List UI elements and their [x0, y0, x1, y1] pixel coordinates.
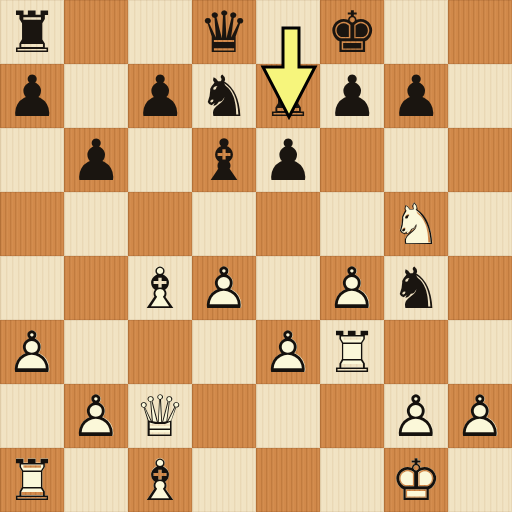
square-d5[interactable] [192, 192, 256, 256]
piece-outline-glyph: ♙ [192, 256, 256, 320]
piece-fill-glyph: ♝ [128, 256, 192, 320]
square-b4[interactable] [64, 256, 128, 320]
square-d6[interactable]: ♝ [192, 128, 256, 192]
white-king[interactable]: ♚♔ [384, 448, 448, 512]
square-h1[interactable] [448, 448, 512, 512]
square-a7[interactable]: ♟ [0, 64, 64, 128]
square-f6[interactable] [320, 128, 384, 192]
square-d3[interactable] [192, 320, 256, 384]
square-g3[interactable] [384, 320, 448, 384]
square-e5[interactable] [256, 192, 320, 256]
piece-fill-glyph: ♜ [320, 320, 384, 384]
piece-outline-glyph: ♙ [448, 384, 512, 448]
piece-glyph: ♟ [128, 64, 192, 128]
piece-outline-glyph: ♗ [128, 256, 192, 320]
white-queen[interactable]: ♛♕ [128, 384, 192, 448]
square-b8[interactable] [64, 0, 128, 64]
piece-fill-glyph: ♟ [320, 256, 384, 320]
piece-outline-glyph: ♕ [128, 384, 192, 448]
piece-fill-glyph: ♛ [128, 384, 192, 448]
square-a2[interactable] [0, 384, 64, 448]
square-f7[interactable]: ♟ [320, 64, 384, 128]
piece-outline-glyph: ♔ [384, 448, 448, 512]
square-e1[interactable] [256, 448, 320, 512]
square-g2[interactable]: ♟♙ [384, 384, 448, 448]
black-pawn[interactable]: ♟ [384, 64, 448, 128]
white-pawn[interactable]: ♟♙ [256, 320, 320, 384]
piece-glyph: ♟ [320, 64, 384, 128]
square-d1[interactable] [192, 448, 256, 512]
black-rook[interactable]: ♜ [256, 64, 320, 128]
square-g6[interactable] [384, 128, 448, 192]
black-king[interactable]: ♚ [320, 0, 384, 64]
square-d2[interactable] [192, 384, 256, 448]
piece-fill-glyph: ♟ [448, 384, 512, 448]
piece-glyph: ♝ [192, 128, 256, 192]
piece-outline-glyph: ♙ [64, 384, 128, 448]
piece-glyph: ♚ [320, 0, 384, 64]
piece-fill-glyph: ♟ [384, 384, 448, 448]
white-bishop[interactable]: ♝♗ [128, 448, 192, 512]
square-d7[interactable]: ♞ [192, 64, 256, 128]
square-h6[interactable] [448, 128, 512, 192]
black-queen[interactable]: ♛ [192, 0, 256, 64]
square-a6[interactable] [0, 128, 64, 192]
square-d4[interactable]: ♟♙ [192, 256, 256, 320]
square-a5[interactable] [0, 192, 64, 256]
square-b5[interactable] [64, 192, 128, 256]
piece-fill-glyph: ♚ [384, 448, 448, 512]
square-f4[interactable]: ♟♙ [320, 256, 384, 320]
square-g7[interactable]: ♟ [384, 64, 448, 128]
square-c7[interactable]: ♟ [128, 64, 192, 128]
black-pawn[interactable]: ♟ [320, 64, 384, 128]
square-a8[interactable]: ♜ [0, 0, 64, 64]
piece-glyph: ♜ [256, 64, 320, 128]
piece-fill-glyph: ♝ [128, 448, 192, 512]
square-e8[interactable] [256, 0, 320, 64]
square-b6[interactable]: ♟ [64, 128, 128, 192]
piece-outline-glyph: ♙ [320, 256, 384, 320]
square-c1[interactable]: ♝♗ [128, 448, 192, 512]
square-b7[interactable] [64, 64, 128, 128]
piece-glyph: ♛ [192, 0, 256, 64]
square-d8[interactable]: ♛ [192, 0, 256, 64]
black-rook[interactable]: ♜ [0, 0, 64, 64]
piece-outline-glyph: ♘ [384, 192, 448, 256]
square-c2[interactable]: ♛♕ [128, 384, 192, 448]
square-b2[interactable]: ♟♙ [64, 384, 128, 448]
chess-board-window: ♜♛♚♟♟♞♜♟♟♟♝♟♞♘♝♗♟♙♟♙♞♟♙♟♙♜♖♟♙♛♕♟♙♟♙♜♖♝♗♚… [0, 0, 513, 514]
black-pawn[interactable]: ♟ [64, 128, 128, 192]
square-a3[interactable]: ♟♙ [0, 320, 64, 384]
square-e3[interactable]: ♟♙ [256, 320, 320, 384]
piece-outline-glyph: ♖ [0, 448, 64, 512]
white-rook[interactable]: ♜♖ [320, 320, 384, 384]
black-pawn[interactable]: ♟ [256, 128, 320, 192]
black-pawn[interactable]: ♟ [0, 64, 64, 128]
square-f8[interactable]: ♚ [320, 0, 384, 64]
piece-fill-glyph: ♜ [0, 448, 64, 512]
white-pawn[interactable]: ♟♙ [448, 384, 512, 448]
square-b3[interactable] [64, 320, 128, 384]
black-knight[interactable]: ♞ [192, 64, 256, 128]
square-g1[interactable]: ♚♔ [384, 448, 448, 512]
white-bishop[interactable]: ♝♗ [128, 256, 192, 320]
piece-glyph: ♟ [256, 128, 320, 192]
square-a1[interactable]: ♜♖ [0, 448, 64, 512]
white-pawn[interactable]: ♟♙ [320, 256, 384, 320]
chess-board: ♜♛♚♟♟♞♜♟♟♟♝♟♞♘♝♗♟♙♟♙♞♟♙♟♙♜♖♟♙♛♕♟♙♟♙♜♖♝♗♚… [0, 0, 512, 512]
white-rook[interactable]: ♜♖ [0, 448, 64, 512]
black-bishop[interactable]: ♝ [192, 128, 256, 192]
square-h5[interactable] [448, 192, 512, 256]
piece-fill-glyph: ♟ [0, 320, 64, 384]
square-f1[interactable] [320, 448, 384, 512]
piece-fill-glyph: ♟ [192, 256, 256, 320]
square-c4[interactable]: ♝♗ [128, 256, 192, 320]
square-e4[interactable] [256, 256, 320, 320]
square-h4[interactable] [448, 256, 512, 320]
piece-glyph: ♞ [192, 64, 256, 128]
piece-outline-glyph: ♗ [128, 448, 192, 512]
white-pawn[interactable]: ♟♙ [192, 256, 256, 320]
piece-outline-glyph: ♙ [384, 384, 448, 448]
piece-glyph: ♟ [0, 64, 64, 128]
white-knight[interactable]: ♞♘ [384, 192, 448, 256]
square-c6[interactable] [128, 128, 192, 192]
square-e2[interactable] [256, 384, 320, 448]
piece-glyph: ♟ [64, 128, 128, 192]
square-h2[interactable]: ♟♙ [448, 384, 512, 448]
white-pawn[interactable]: ♟♙ [384, 384, 448, 448]
square-e6[interactable]: ♟ [256, 128, 320, 192]
piece-glyph: ♟ [384, 64, 448, 128]
piece-fill-glyph: ♟ [64, 384, 128, 448]
square-f5[interactable] [320, 192, 384, 256]
square-h8[interactable] [448, 0, 512, 64]
piece-glyph: ♞ [384, 256, 448, 320]
square-h7[interactable] [448, 64, 512, 128]
black-pawn[interactable]: ♟ [128, 64, 192, 128]
square-f3[interactable]: ♜♖ [320, 320, 384, 384]
white-pawn[interactable]: ♟♙ [64, 384, 128, 448]
white-pawn[interactable]: ♟♙ [0, 320, 64, 384]
piece-outline-glyph: ♖ [320, 320, 384, 384]
piece-glyph: ♜ [0, 0, 64, 64]
square-g8[interactable] [384, 0, 448, 64]
square-c3[interactable] [128, 320, 192, 384]
square-a4[interactable] [0, 256, 64, 320]
square-e7[interactable]: ♜ [256, 64, 320, 128]
square-f2[interactable] [320, 384, 384, 448]
piece-fill-glyph: ♞ [384, 192, 448, 256]
square-g5[interactable]: ♞♘ [384, 192, 448, 256]
square-h3[interactable] [448, 320, 512, 384]
square-g4[interactable]: ♞ [384, 256, 448, 320]
black-knight[interactable]: ♞ [384, 256, 448, 320]
piece-fill-glyph: ♟ [256, 320, 320, 384]
piece-outline-glyph: ♙ [0, 320, 64, 384]
square-c8[interactable] [128, 0, 192, 64]
square-c5[interactable] [128, 192, 192, 256]
square-b1[interactable] [64, 448, 128, 512]
piece-outline-glyph: ♙ [256, 320, 320, 384]
